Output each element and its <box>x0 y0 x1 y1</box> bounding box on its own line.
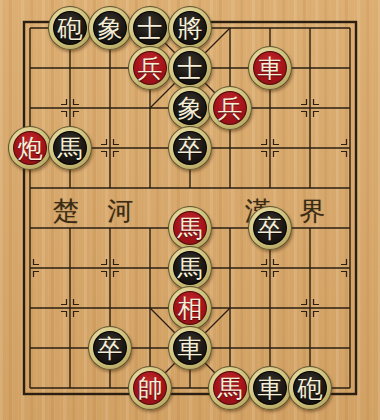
piece-glyph: 卒 <box>98 336 123 361</box>
piece-disc: 砲 <box>53 11 87 45</box>
piece-glyph: 馬 <box>218 376 243 401</box>
piece-glyph: 士 <box>138 16 163 41</box>
piece-glyph: 車 <box>258 56 283 81</box>
red-general[interactable]: 帥 <box>128 366 172 410</box>
black-soldier[interactable]: 卒 <box>88 326 132 370</box>
piece-glyph: 卒 <box>258 216 283 241</box>
xiangqi-board: 楚 河 漢 界 砲象士將兵士車象兵炮馬卒馬卒馬相卒車帥馬車砲 <box>0 0 380 420</box>
piece-disc: 馬 <box>213 371 247 405</box>
black-advisor[interactable]: 士 <box>128 6 172 50</box>
piece-disc: 兵 <box>133 51 167 85</box>
piece-disc: 車 <box>253 51 287 85</box>
piece-disc: 兵 <box>213 91 247 125</box>
piece-glyph: 車 <box>178 336 203 361</box>
red-chariot[interactable]: 車 <box>248 46 292 90</box>
piece-glyph: 卒 <box>178 136 203 161</box>
piece-disc: 相 <box>173 291 207 325</box>
piece-disc: 士 <box>133 11 167 45</box>
piece-disc: 象 <box>93 11 127 45</box>
black-cannon[interactable]: 砲 <box>48 6 92 50</box>
black-soldier[interactable]: 卒 <box>248 206 292 250</box>
piece-disc: 象 <box>173 91 207 125</box>
piece-disc: 車 <box>173 331 207 365</box>
piece-disc: 帥 <box>133 371 167 405</box>
black-cannon[interactable]: 砲 <box>288 366 332 410</box>
piece-glyph: 砲 <box>298 376 323 401</box>
piece-glyph: 將 <box>178 16 203 41</box>
piece-glyph: 車 <box>258 376 283 401</box>
river-label-left: 楚 河 <box>43 194 143 229</box>
piece-glyph: 砲 <box>58 16 83 41</box>
piece-disc: 將 <box>173 11 207 45</box>
piece-disc: 車 <box>253 371 287 405</box>
black-general[interactable]: 將 <box>168 6 212 50</box>
black-elephant[interactable]: 象 <box>168 86 212 130</box>
piece-disc: 馬 <box>173 251 207 285</box>
red-soldier[interactable]: 兵 <box>208 86 252 130</box>
piece-disc: 卒 <box>93 331 127 365</box>
piece-glyph: 象 <box>98 16 123 41</box>
piece-glyph: 炮 <box>18 136 43 161</box>
piece-glyph: 士 <box>178 56 203 81</box>
piece-disc: 馬 <box>173 211 207 245</box>
red-soldier[interactable]: 兵 <box>128 46 172 90</box>
black-soldier[interactable]: 卒 <box>168 126 212 170</box>
piece-glyph: 帥 <box>138 376 163 401</box>
piece-glyph: 馬 <box>178 216 203 241</box>
piece-disc: 卒 <box>253 211 287 245</box>
piece-disc: 卒 <box>173 131 207 165</box>
black-horse[interactable]: 馬 <box>168 246 212 290</box>
piece-disc: 炮 <box>13 131 47 165</box>
red-horse[interactable]: 馬 <box>208 366 252 410</box>
piece-disc: 馬 <box>53 131 87 165</box>
piece-glyph: 馬 <box>178 256 203 281</box>
piece-disc: 砲 <box>293 371 327 405</box>
piece-glyph: 馬 <box>58 136 83 161</box>
piece-glyph: 象 <box>178 96 203 121</box>
black-chariot[interactable]: 車 <box>168 326 212 370</box>
red-cannon[interactable]: 炮 <box>8 126 52 170</box>
black-advisor[interactable]: 士 <box>168 46 212 90</box>
piece-glyph: 兵 <box>218 96 243 121</box>
piece-disc: 士 <box>173 51 207 85</box>
piece-glyph: 兵 <box>138 56 163 81</box>
red-horse[interactable]: 馬 <box>168 206 212 250</box>
piece-glyph: 相 <box>178 296 203 321</box>
black-chariot[interactable]: 車 <box>248 366 292 410</box>
black-elephant[interactable]: 象 <box>88 6 132 50</box>
black-horse[interactable]: 馬 <box>48 126 92 170</box>
red-elephant[interactable]: 相 <box>168 286 212 330</box>
